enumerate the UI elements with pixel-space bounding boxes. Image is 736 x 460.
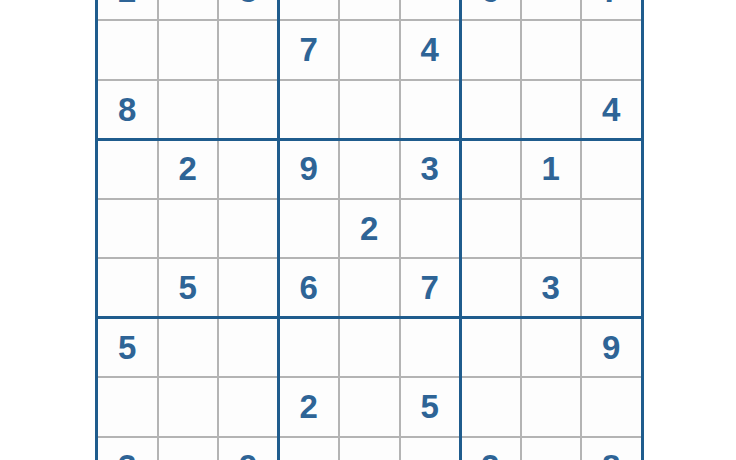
- given-digit: 4: [421, 33, 439, 66]
- cell-r2c1[interactable]: [98, 21, 157, 79]
- cell-r8c3[interactable]: [219, 378, 278, 436]
- cell-r8c8[interactable]: [522, 378, 581, 436]
- cell-r2c2[interactable]: [159, 21, 218, 79]
- cell-r2c4[interactable]: 7: [280, 21, 339, 79]
- cell-r7c6[interactable]: [401, 319, 460, 377]
- cell-r8c5[interactable]: [340, 378, 399, 436]
- cell-r4c5[interactable]: [340, 140, 399, 198]
- cell-r2c6[interactable]: 4: [401, 21, 460, 79]
- given-digit: 7: [602, 0, 620, 7]
- cell-r5c2[interactable]: [159, 200, 218, 258]
- cell-r1c6[interactable]: [401, 0, 460, 19]
- cell-r3c8[interactable]: [522, 81, 581, 139]
- cell-r8c7[interactable]: [461, 378, 520, 436]
- cell-r3c2[interactable]: [159, 81, 218, 139]
- cell-r5c9[interactable]: [582, 200, 641, 258]
- given-digit: 6: [300, 271, 318, 304]
- sudoku-page: 2367748429312567359253928: [0, 0, 736, 460]
- given-digit: 9: [602, 331, 620, 364]
- cell-r4c9[interactable]: [582, 140, 641, 198]
- cell-r6c6[interactable]: 7: [401, 259, 460, 317]
- given-digit: 2: [360, 212, 378, 245]
- cell-r2c5[interactable]: [340, 21, 399, 79]
- given-digit: 3: [118, 450, 136, 460]
- cell-r5c8[interactable]: [522, 200, 581, 258]
- given-digit: 9: [300, 152, 318, 185]
- given-digit: 9: [239, 450, 257, 460]
- cell-r5c7[interactable]: [461, 200, 520, 258]
- cell-r8c1[interactable]: [98, 378, 157, 436]
- cell-r4c2[interactable]: 2: [159, 140, 218, 198]
- given-digit: 1: [542, 152, 560, 185]
- given-digit: 6: [481, 0, 499, 7]
- given-digit: 4: [602, 93, 620, 126]
- cell-r6c7[interactable]: [461, 259, 520, 317]
- cell-r5c1[interactable]: [98, 200, 157, 258]
- cell-r8c2[interactable]: [159, 378, 218, 436]
- cell-r1c4[interactable]: [280, 0, 339, 19]
- cell-r1c2[interactable]: [159, 0, 218, 19]
- given-digit: 3: [239, 0, 257, 7]
- cell-r6c9[interactable]: [582, 259, 641, 317]
- cell-r7c1[interactable]: 5: [98, 319, 157, 377]
- cell-r7c4[interactable]: [280, 319, 339, 377]
- cell-r6c5[interactable]: [340, 259, 399, 317]
- cell-r6c2[interactable]: 5: [159, 259, 218, 317]
- cell-r2c3[interactable]: [219, 21, 278, 79]
- cell-r4c6[interactable]: 3: [401, 140, 460, 198]
- cell-r5c6[interactable]: [401, 200, 460, 258]
- given-digit: 7: [300, 33, 318, 66]
- cell-r4c4[interactable]: 9: [280, 140, 339, 198]
- given-digit: 5: [179, 271, 197, 304]
- cell-r3c5[interactable]: [340, 81, 399, 139]
- cell-r9c7[interactable]: 2: [461, 438, 520, 460]
- cell-r7c5[interactable]: [340, 319, 399, 377]
- cell-r6c3[interactable]: [219, 259, 278, 317]
- cell-r9c3[interactable]: 9: [219, 438, 278, 460]
- cell-r2c8[interactable]: [522, 21, 581, 79]
- cell-r1c5[interactable]: [340, 0, 399, 19]
- given-digit: 5: [118, 331, 136, 364]
- cell-r5c4[interactable]: [280, 200, 339, 258]
- cell-r6c4[interactable]: 6: [280, 259, 339, 317]
- sudoku-board: 2367748429312567359253928: [95, 0, 644, 460]
- cell-r7c7[interactable]: [461, 319, 520, 377]
- given-digit: 3: [542, 271, 560, 304]
- cell-r3c3[interactable]: [219, 81, 278, 139]
- cell-r7c8[interactable]: [522, 319, 581, 377]
- cell-r3c9[interactable]: 4: [582, 81, 641, 139]
- cell-r5c3[interactable]: [219, 200, 278, 258]
- given-digit: 3: [421, 152, 439, 185]
- cell-r4c8[interactable]: 1: [522, 140, 581, 198]
- cell-r2c9[interactable]: [582, 21, 641, 79]
- cell-r9c2[interactable]: [159, 438, 218, 460]
- given-digit: 8: [602, 450, 620, 460]
- given-digit: 2: [300, 390, 318, 423]
- cell-r3c4[interactable]: [280, 81, 339, 139]
- cell-r6c8[interactable]: 3: [522, 259, 581, 317]
- cell-r4c3[interactable]: [219, 140, 278, 198]
- given-digit: 8: [118, 93, 136, 126]
- given-digit: 2: [481, 450, 499, 460]
- cell-r2c7[interactable]: [461, 21, 520, 79]
- cell-r1c3[interactable]: 3: [219, 0, 278, 19]
- cell-r7c2[interactable]: [159, 319, 218, 377]
- cell-r4c7[interactable]: [461, 140, 520, 198]
- cell-r8c9[interactable]: [582, 378, 641, 436]
- cell-r9c4[interactable]: [280, 438, 339, 460]
- cell-r6c1[interactable]: [98, 259, 157, 317]
- cell-r1c7[interactable]: 6: [461, 0, 520, 19]
- cell-r9c5[interactable]: [340, 438, 399, 460]
- cell-r7c9[interactable]: 9: [582, 319, 641, 377]
- cell-r3c7[interactable]: [461, 81, 520, 139]
- cell-r7c3[interactable]: [219, 319, 278, 377]
- box-divider-vertical-1: [277, 0, 280, 460]
- cell-r1c9[interactable]: 7: [582, 0, 641, 19]
- cell-r3c6[interactable]: [401, 81, 460, 139]
- box-divider-vertical-2: [459, 0, 462, 460]
- cell-r8c4[interactable]: 2: [280, 378, 339, 436]
- cell-r4c1[interactable]: [98, 140, 157, 198]
- box-divider-horizontal-2: [95, 316, 644, 319]
- cell-r1c1[interactable]: 2: [98, 0, 157, 19]
- cell-r3c1[interactable]: 8: [98, 81, 157, 139]
- given-digit: 5: [421, 390, 439, 423]
- given-digit: 2: [179, 152, 197, 185]
- cell-r9c8[interactable]: [522, 438, 581, 460]
- cell-r1c8[interactable]: [522, 0, 581, 19]
- given-digit: 2: [118, 0, 136, 7]
- box-divider-horizontal-1: [95, 138, 644, 141]
- given-digit: 7: [421, 271, 439, 304]
- cell-r8c6[interactable]: 5: [401, 378, 460, 436]
- cell-r9c9[interactable]: 8: [582, 438, 641, 460]
- cell-r9c1[interactable]: 3: [98, 438, 157, 460]
- cell-r5c5[interactable]: 2: [340, 200, 399, 258]
- cell-r9c6[interactable]: [401, 438, 460, 460]
